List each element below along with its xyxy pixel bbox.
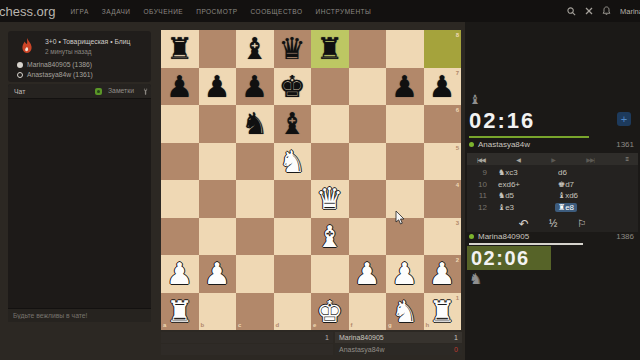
nav-username[interactable]: Marina xyxy=(620,7,640,16)
square-a5[interactable] xyxy=(161,143,199,181)
move-white[interactable]: ♞xc3 xyxy=(495,168,521,177)
black-rook-a8[interactable]: ♜ xyxy=(161,30,199,67)
square-a6[interactable] xyxy=(161,105,199,143)
square-d6[interactable]: ♝ xyxy=(274,105,312,143)
square-e2[interactable] xyxy=(311,255,349,293)
rank-label-4: 4 xyxy=(456,182,459,188)
game-info-card: 3+0 • Товарищеская • Блиц 2 минуты назад… xyxy=(8,31,151,82)
black-bishop-d6[interactable]: ♝ xyxy=(274,105,312,142)
game-side-panel: ♝ 02:16 + Anastasya84w 1361 |◀◀◀▶▶▶|≡ 9♞… xyxy=(465,22,640,360)
file-label-c: c xyxy=(238,322,241,328)
square-a8[interactable]: ♜ xyxy=(161,30,199,68)
black-pawn-g7[interactable]: ♟ xyxy=(386,68,424,105)
move-number: 11 xyxy=(467,191,495,200)
square-f4[interactable] xyxy=(349,180,387,218)
move-nav-last-icon[interactable]: ▶▶| xyxy=(586,156,594,163)
game-actions: ↶ ½ ⚐ xyxy=(467,215,638,232)
player-name: Marina840905 xyxy=(478,232,612,241)
square-a4[interactable] xyxy=(161,180,199,218)
move-nav-bar: |◀◀◀▶▶▶|≡ xyxy=(467,153,638,165)
square-g6[interactable] xyxy=(386,105,424,143)
move-black[interactable]: d6 xyxy=(555,168,570,177)
square-h2[interactable]: ♟2 xyxy=(424,255,462,293)
player-white-row[interactable]: Marina840905 (1386) xyxy=(17,61,92,68)
white-pawn-b2[interactable]: ♟ xyxy=(199,255,237,292)
square-g8[interactable] xyxy=(386,30,424,68)
draw-button[interactable]: ½ xyxy=(549,218,557,229)
black-king-d7[interactable]: ♚ xyxy=(274,68,312,105)
captured-knight-icon: ♞ xyxy=(469,270,482,288)
tab-chat-label: Чат xyxy=(14,88,25,95)
score-player-name: Marina840905 xyxy=(339,334,454,341)
white-color-icon xyxy=(17,62,23,68)
square-b1[interactable]: b xyxy=(199,293,237,331)
player-rating: 1386 xyxy=(616,232,634,241)
move-row: 11♞d5♝xd6 xyxy=(467,190,638,202)
square-b7[interactable]: ♟ xyxy=(199,68,237,106)
rank-label-5: 5 xyxy=(456,145,459,151)
move-nav-next-icon[interactable]: ▶ xyxy=(551,156,555,163)
black-color-icon xyxy=(17,72,23,78)
move-number: 10 xyxy=(467,180,495,189)
square-c6[interactable]: ♞ xyxy=(236,105,274,143)
square-b4[interactable] xyxy=(199,180,237,218)
square-c2[interactable] xyxy=(236,255,274,293)
move-white[interactable]: exd6+ xyxy=(495,180,523,189)
white-pawn-f2[interactable]: ♟ xyxy=(349,255,387,292)
square-e5[interactable] xyxy=(311,143,349,181)
square-e4[interactable]: ♛ xyxy=(311,180,349,218)
white-pawn-a2[interactable]: ♟ xyxy=(161,255,199,292)
square-d4[interactable] xyxy=(274,180,312,218)
player-row[interactable]: Marina840905 1386 xyxy=(469,232,634,241)
move-list-block: |◀◀◀▶▶▶|≡ 9♞xc3d610exd6+♚d711♞d5♝xd612♝e… xyxy=(467,153,638,232)
black-pawn-a7[interactable]: ♟ xyxy=(161,68,199,105)
game-number-cell: 1 xyxy=(161,332,333,343)
move-nav-first-icon[interactable]: |◀◀ xyxy=(477,156,485,163)
white-rook-a1[interactable]: ♜ xyxy=(161,293,199,330)
tab-chat[interactable]: Чат xyxy=(8,84,108,98)
wrench-icon[interactable] xyxy=(134,82,154,100)
chat-messages xyxy=(8,99,151,308)
move-black[interactable]: ♝xd6 xyxy=(555,191,581,200)
game-number-cell xyxy=(161,344,333,355)
score-value: 0 xyxy=(454,346,458,353)
square-e8[interactable]: ♜ xyxy=(311,30,349,68)
player-clock-active: 02:06 xyxy=(467,246,551,270)
move-number: 12 xyxy=(467,203,495,212)
chat-input[interactable] xyxy=(8,308,151,322)
menu-item-обучение[interactable]: ОБУЧЕНИЕ xyxy=(144,8,184,15)
move-row: 12♝e3♜e8 xyxy=(467,202,638,214)
square-d2[interactable] xyxy=(274,255,312,293)
tab-notes[interactable]: Заметки xyxy=(108,84,134,98)
square-h8[interactable]: 8 xyxy=(424,30,462,68)
menu-item-игра[interactable]: ИГРА xyxy=(70,8,88,15)
menu-item-просмотр[interactable]: ПРОСМОТР xyxy=(196,8,237,15)
main-menu: ИГРАЗАДАЧИОБУЧЕНИЕПРОСМОТРСООБЩЕСТВОИНСТ… xyxy=(70,8,371,15)
square-e1[interactable]: ♚e xyxy=(311,293,349,331)
square-g2[interactable]: ♟ xyxy=(386,255,424,293)
square-h7[interactable]: ♟7 xyxy=(424,68,462,106)
square-c7[interactable]: ♟ xyxy=(236,68,274,106)
square-g4[interactable] xyxy=(386,180,424,218)
score-row[interactable]: Anastasya84w 0 xyxy=(161,344,462,355)
top-nav: chess.org ИГРАЗАДАЧИОБУЧЕНИЕПРОСМОТРСООБ… xyxy=(0,0,640,22)
square-a1[interactable]: ♜a xyxy=(161,293,199,331)
square-c1[interactable]: c xyxy=(236,293,274,331)
chess-board: ♜♝♛♜8♟♟♟♚♟♟7♞♝6♞5♛4♝3♟♟♟♟♟2♜abcd♚ef♞g♜h1 xyxy=(161,30,461,330)
square-h3[interactable]: 3 xyxy=(424,218,462,256)
rank-label-8: 8 xyxy=(456,32,459,38)
square-d7[interactable]: ♚ xyxy=(274,68,312,106)
move-nav-move-list-icon[interactable]: ≡ xyxy=(625,156,628,162)
square-e6[interactable] xyxy=(311,105,349,143)
square-f6[interactable] xyxy=(349,105,387,143)
move-row: 9♞xc3d6 xyxy=(467,167,638,179)
rank-label-6: 6 xyxy=(456,107,459,113)
black-bishop-c8[interactable]: ♝ xyxy=(236,30,274,67)
square-f5[interactable] xyxy=(349,143,387,181)
move-black[interactable]: ♚d7 xyxy=(555,180,577,189)
square-d8[interactable]: ♛ xyxy=(274,30,312,68)
square-b6[interactable] xyxy=(199,105,237,143)
square-b3[interactable] xyxy=(199,218,237,256)
square-g3[interactable] xyxy=(386,218,424,256)
player-black-row[interactable]: Anastasya84w (1361) xyxy=(17,71,93,78)
game-type-label: 3+0 • Товарищеская • Блиц xyxy=(45,38,130,45)
file-label-b: b xyxy=(201,322,205,328)
white-player-name: Marina840905 (1386) xyxy=(27,61,92,68)
file-label-g: g xyxy=(388,322,392,328)
square-e3[interactable]: ♝ xyxy=(311,218,349,256)
chat-panel: Чат Заметки xyxy=(8,84,151,322)
black-knight-c6[interactable]: ♞ xyxy=(236,105,274,142)
move-white[interactable]: ♞d5 xyxy=(495,191,517,200)
rank-label-7: 7 xyxy=(456,70,459,76)
match-score-table: 1 Marina840905 1 Anastasya84w 0 xyxy=(161,332,462,356)
square-h4[interactable]: 4 xyxy=(424,180,462,218)
square-f2[interactable]: ♟ xyxy=(349,255,387,293)
menu-item-инструменты[interactable]: ИНСТРУМЕНТЫ xyxy=(316,8,372,15)
menu-item-задачи[interactable]: ЗАДАЧИ xyxy=(102,8,131,15)
square-d1[interactable]: d xyxy=(274,293,312,331)
nav-right: Marina xyxy=(567,0,640,22)
app-window: chess.org ИГРАЗАДАЧИОБУЧЕНИЕПРОСМОТРСООБ… xyxy=(0,0,640,360)
takeback-button[interactable]: ↶ xyxy=(519,217,529,231)
black-pawn-c7[interactable]: ♟ xyxy=(236,68,274,105)
move-nav-prev-icon[interactable]: ◀ xyxy=(516,156,520,163)
search-icon[interactable] xyxy=(567,7,576,16)
logo[interactable]: chess.org xyxy=(0,4,55,19)
black-queen-d8[interactable]: ♛ xyxy=(274,30,312,67)
white-pawn-g2[interactable]: ♟ xyxy=(386,255,424,292)
square-c3[interactable] xyxy=(236,218,274,256)
flame-icon xyxy=(19,38,35,60)
score-player-name: Anastasya84w xyxy=(339,346,454,353)
opponent-name: Anastasya84w xyxy=(478,140,612,149)
file-label-d: d xyxy=(276,322,280,328)
score-row[interactable]: 1 Marina840905 1 xyxy=(161,332,462,343)
white-knight-d5[interactable]: ♞ xyxy=(274,143,312,180)
rank-label-3: 3 xyxy=(456,220,459,226)
add-time-button[interactable]: + xyxy=(617,112,631,126)
move-white[interactable]: ♝e3 xyxy=(495,203,517,212)
score-value: 1 xyxy=(454,334,458,341)
square-a3[interactable] xyxy=(161,218,199,256)
move-row: 10exd6+♚d7 xyxy=(467,179,638,191)
square-b2[interactable]: ♟ xyxy=(199,255,237,293)
opponent-clock: 02:16 xyxy=(469,108,535,134)
move-list: 9♞xc3d610exd6+♚d711♞d5♝xd612♝e3♜e8 xyxy=(467,165,638,215)
file-label-f: f xyxy=(351,322,353,328)
square-b5[interactable] xyxy=(199,143,237,181)
white-queen-e4[interactable]: ♛ xyxy=(311,180,349,217)
file-label-h: h xyxy=(426,322,430,328)
square-d3[interactable] xyxy=(274,218,312,256)
bell-icon[interactable] xyxy=(602,6,611,16)
square-f1[interactable]: f xyxy=(349,293,387,331)
square-c4[interactable] xyxy=(236,180,274,218)
white-bishop-e3[interactable]: ♝ xyxy=(311,218,349,255)
white-king-e1[interactable]: ♚ xyxy=(311,293,349,330)
square-f8[interactable] xyxy=(349,30,387,68)
square-h1[interactable]: ♜h1 xyxy=(424,293,462,331)
rank-label-1: 1 xyxy=(456,295,459,301)
square-a7[interactable]: ♟ xyxy=(161,68,199,106)
square-f3[interactable] xyxy=(349,218,387,256)
square-d5[interactable]: ♞ xyxy=(274,143,312,181)
square-h6[interactable]: 6 xyxy=(424,105,462,143)
menu-item-сообщество[interactable]: СООБЩЕСТВО xyxy=(251,8,303,15)
square-e7[interactable] xyxy=(311,68,349,106)
file-label-e: e xyxy=(313,322,316,328)
chat-status-badge xyxy=(95,88,102,95)
close-icon[interactable] xyxy=(585,7,593,15)
square-h5[interactable]: 5 xyxy=(424,143,462,181)
file-label-a: a xyxy=(163,322,166,328)
square-c8[interactable]: ♝ xyxy=(236,30,274,68)
online-dot-icon xyxy=(469,142,474,147)
chat-tabs: Чат Заметки xyxy=(8,84,151,99)
square-f7[interactable] xyxy=(349,68,387,106)
resign-button[interactable]: ⚐ xyxy=(577,218,586,229)
square-b8[interactable] xyxy=(199,30,237,68)
opponent-row[interactable]: Anastasya84w 1361 xyxy=(469,140,634,149)
black-pawn-b7[interactable]: ♟ xyxy=(199,68,237,105)
opponent-rating: 1361 xyxy=(616,140,634,149)
move-black[interactable]: ♜e8 xyxy=(555,203,577,212)
opponent-time-bar xyxy=(469,136,589,138)
rank-label-2: 2 xyxy=(456,257,459,263)
move-number: 9 xyxy=(467,168,495,177)
player-time-bar xyxy=(469,243,583,245)
game-started-label: 2 минуты назад xyxy=(45,48,92,55)
square-g1[interactable]: ♞g xyxy=(386,293,424,331)
black-player-name: Anastasya84w (1361) xyxy=(27,71,93,78)
black-rook-e8[interactable]: ♜ xyxy=(311,30,349,67)
captured-bishop-icon: ♝ xyxy=(469,92,481,107)
square-a2[interactable]: ♟ xyxy=(161,255,199,293)
online-dot-icon xyxy=(469,234,474,239)
square-g5[interactable] xyxy=(386,143,424,181)
square-c5[interactable] xyxy=(236,143,274,181)
square-g7[interactable]: ♟ xyxy=(386,68,424,106)
